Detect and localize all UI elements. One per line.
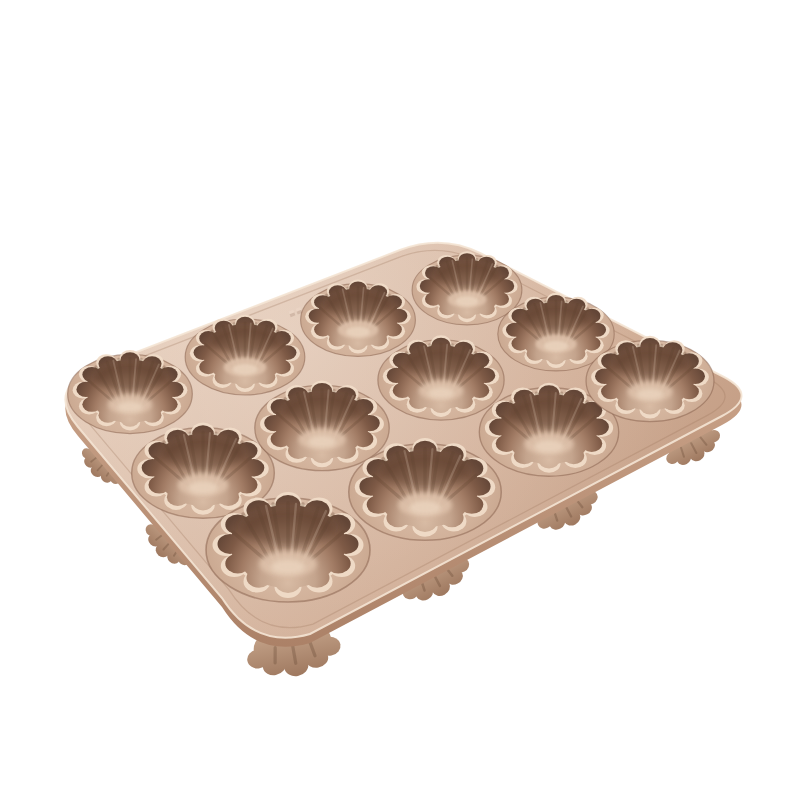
product-photo <box>0 0 800 800</box>
canele-pan-illustration <box>0 0 800 800</box>
